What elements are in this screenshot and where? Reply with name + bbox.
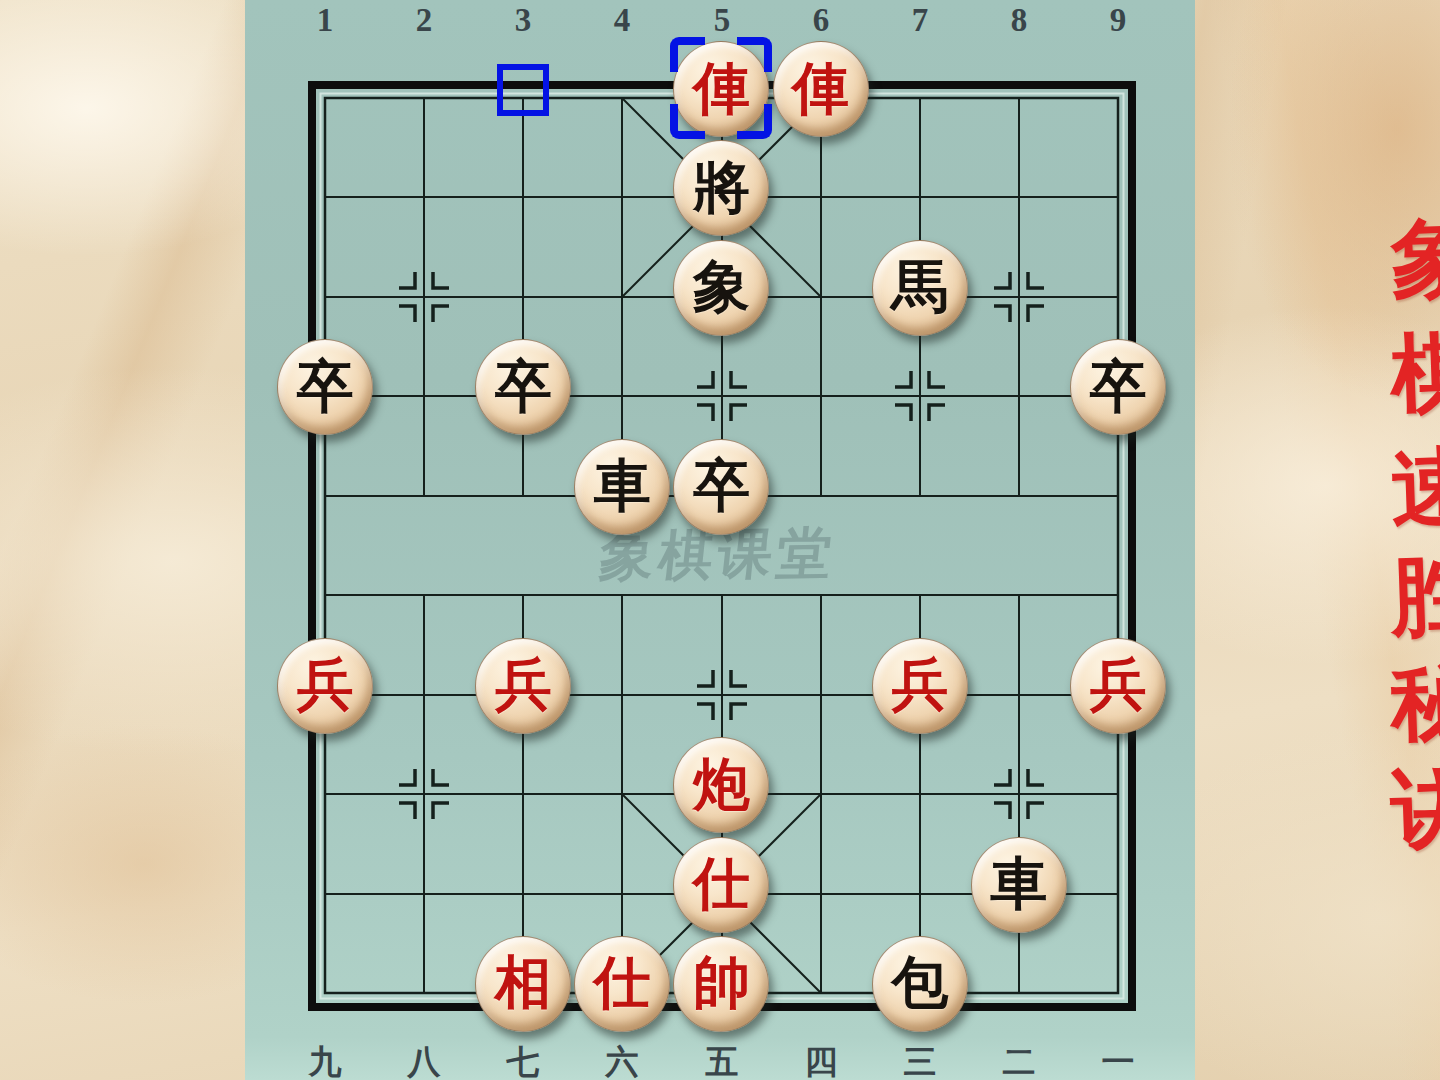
file-label-bottom: 一 bbox=[1102, 1040, 1135, 1080]
piece-red-advisor[interactable]: 仕 bbox=[574, 936, 670, 1032]
screenshot-root: { "game": "xiangqi", "position": { "fen"… bbox=[0, 0, 1440, 1080]
piece-black-general[interactable]: 將 bbox=[673, 140, 769, 236]
piece-glyph: 俥 bbox=[792, 60, 849, 117]
piece-glyph: 卒 bbox=[693, 457, 750, 514]
file-label-top: 4 bbox=[614, 2, 631, 39]
file-label-bottom: 二 bbox=[1003, 1040, 1036, 1080]
piece-glyph: 包 bbox=[891, 954, 948, 1011]
piece-glyph: 俥 bbox=[693, 60, 750, 117]
side-title-char: 速 bbox=[1390, 442, 1440, 531]
piece-glyph: 帥 bbox=[693, 954, 750, 1011]
piece-glyph: 兵 bbox=[1089, 656, 1146, 713]
piece-glyph: 兵 bbox=[296, 656, 353, 713]
file-label-top: 2 bbox=[416, 2, 433, 39]
piece-red-soldier[interactable]: 兵 bbox=[277, 638, 373, 734]
piece-black-elephant[interactable]: 象 bbox=[673, 240, 769, 336]
piece-red-cannon[interactable]: 炮 bbox=[673, 737, 769, 833]
file-label-top: 5 bbox=[714, 2, 731, 39]
last-move-from-marker bbox=[497, 64, 549, 116]
file-label-bottom: 六 bbox=[606, 1040, 639, 1080]
file-label-top: 6 bbox=[813, 2, 830, 39]
piece-black-soldier[interactable]: 卒 bbox=[1070, 339, 1166, 435]
file-label-top: 3 bbox=[515, 2, 532, 39]
piece-black-soldier[interactable]: 卒 bbox=[277, 339, 373, 435]
piece-glyph: 卒 bbox=[495, 358, 552, 415]
piece-glyph: 象 bbox=[693, 258, 750, 315]
pieces-layer: 俥俥將象馬卒卒卒車卒兵兵兵兵炮仕車相仕帥包 bbox=[275, 48, 1167, 1042]
piece-black-chariot[interactable]: 車 bbox=[971, 837, 1067, 933]
side-title-char: 诀 bbox=[1390, 762, 1440, 851]
side-title-char: 胜 bbox=[1390, 550, 1440, 639]
file-label-top: 9 bbox=[1110, 2, 1127, 39]
file-label-top: 8 bbox=[1011, 2, 1028, 39]
piece-red-soldier[interactable]: 兵 bbox=[475, 638, 571, 734]
side-title-char: 秘 bbox=[1390, 656, 1440, 745]
piece-black-cannon[interactable]: 包 bbox=[872, 936, 968, 1032]
piece-glyph: 車 bbox=[990, 855, 1047, 912]
piece-black-horse[interactable]: 馬 bbox=[872, 240, 968, 336]
piece-glyph: 兵 bbox=[891, 656, 948, 713]
side-title-char: 象 bbox=[1390, 213, 1440, 302]
file-label-bottom: 三 bbox=[904, 1040, 937, 1080]
file-label-bottom: 九 bbox=[309, 1040, 342, 1080]
piece-red-general[interactable]: 帥 bbox=[673, 936, 769, 1032]
piece-red-elephant[interactable]: 相 bbox=[475, 936, 571, 1032]
piece-red-chariot[interactable]: 俥 bbox=[673, 41, 769, 137]
file-label-bottom: 七 bbox=[507, 1040, 540, 1080]
file-label-top: 1 bbox=[317, 2, 334, 39]
piece-glyph: 卒 bbox=[1089, 358, 1146, 415]
piece-black-soldier[interactable]: 卒 bbox=[475, 339, 571, 435]
piece-glyph: 相 bbox=[495, 954, 552, 1011]
file-label-bottom: 四 bbox=[805, 1040, 838, 1080]
piece-glyph: 仕 bbox=[594, 954, 651, 1011]
file-label-bottom: 五 bbox=[706, 1040, 739, 1080]
piece-black-soldier[interactable]: 卒 bbox=[673, 439, 769, 535]
piece-red-soldier[interactable]: 兵 bbox=[1070, 638, 1166, 734]
piece-red-soldier[interactable]: 兵 bbox=[872, 638, 968, 734]
piece-glyph: 馬 bbox=[891, 258, 948, 315]
piece-glyph: 卒 bbox=[296, 358, 353, 415]
piece-black-chariot[interactable]: 車 bbox=[574, 439, 670, 535]
piece-glyph: 將 bbox=[693, 159, 750, 216]
file-label-top: 7 bbox=[912, 2, 929, 39]
piece-glyph: 車 bbox=[594, 457, 651, 514]
file-label-bottom: 八 bbox=[408, 1040, 441, 1080]
piece-glyph: 炮 bbox=[693, 756, 750, 813]
side-title-char: 棋 bbox=[1390, 327, 1440, 416]
piece-red-advisor[interactable]: 仕 bbox=[673, 837, 769, 933]
piece-red-chariot[interactable]: 俥 bbox=[773, 41, 869, 137]
piece-glyph: 兵 bbox=[495, 656, 552, 713]
piece-glyph: 仕 bbox=[693, 855, 750, 912]
